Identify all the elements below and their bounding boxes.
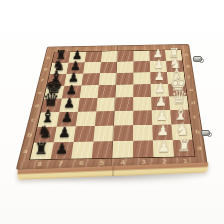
- square-b3[interactable]: [133, 125, 153, 141]
- square-f5[interactable]: [99, 73, 117, 85]
- piece-bP-d7[interactable]: ♟: [60, 96, 79, 109]
- square-b5[interactable]: [93, 126, 114, 142]
- latch-clasp-bottom-icon: [201, 130, 210, 136]
- square-f4[interactable]: [116, 73, 133, 85]
- square-a5[interactable]: [92, 141, 113, 158]
- piece-wP-e2[interactable]: ♟: [151, 81, 169, 94]
- frame-coordinate-mark: e: [189, 88, 194, 92]
- square-e3[interactable]: [133, 84, 151, 97]
- piece-bP-b7[interactable]: ♟: [54, 124, 74, 138]
- white-P-glyph: ♟: [157, 139, 171, 153]
- piece-wP-c2[interactable]: ♟: [152, 108, 172, 122]
- square-g5[interactable]: [100, 62, 117, 74]
- square-g4[interactable]: [117, 61, 134, 72]
- piece-bP-f7[interactable]: ♟: [65, 71, 83, 84]
- square-b4[interactable]: [113, 125, 133, 141]
- square-d5[interactable]: [96, 97, 115, 111]
- square-d4[interactable]: [115, 97, 134, 111]
- square-c6[interactable]: [76, 111, 97, 126]
- black-N-glyph: ♞: [37, 123, 53, 139]
- square-c5[interactable]: [95, 111, 115, 126]
- piece-bP-c7[interactable]: ♟: [57, 110, 77, 124]
- square-h4[interactable]: [117, 51, 133, 62]
- piece-wP-d2[interactable]: ♟: [152, 94, 171, 107]
- square-e6[interactable]: [80, 85, 99, 98]
- frame-coordinate-mark: f: [187, 76, 190, 80]
- board-3d-scene: 87654321hhggffeeddccbbaa♜♟♟♜♞♟♟♞♝♟♟♝♚♟♟♚…: [16, 44, 208, 170]
- black-P-glyph: ♟: [58, 125, 71, 139]
- piece-wP-b2[interactable]: ♟: [153, 123, 173, 137]
- square-b6[interactable]: [74, 126, 95, 142]
- camera-tilt-wrapper: 87654321hhggffeeddccbbaa♜♟♟♜♞♟♟♞♝♟♟♝♚♟♟♚…: [0, 0, 224, 224]
- piece-bN-b8[interactable]: ♞: [35, 122, 56, 139]
- square-c3[interactable]: [133, 110, 152, 125]
- frame-coordinate-mark: g: [186, 64, 190, 68]
- white-P-glyph: ♟: [156, 123, 169, 137]
- black-P-glyph: ♟: [66, 83, 78, 95]
- square-h5[interactable]: [101, 51, 118, 62]
- black-P-glyph: ♟: [63, 96, 75, 109]
- square-c4[interactable]: [114, 111, 133, 126]
- white-N-glyph: ♞: [175, 120, 191, 136]
- square-h3[interactable]: [133, 51, 149, 62]
- piece-wR-a1[interactable]: ♜: [174, 137, 195, 153]
- square-e5[interactable]: [98, 85, 116, 98]
- square-a4[interactable]: [112, 141, 133, 158]
- piece-bP-e7[interactable]: ♟: [62, 83, 80, 96]
- piece-wN-b1[interactable]: ♞: [172, 119, 193, 136]
- black-P-glyph: ♟: [55, 141, 69, 155]
- white-R-glyph: ♜: [177, 138, 192, 153]
- square-e4[interactable]: [115, 84, 133, 97]
- black-R-glyph: ♜: [34, 141, 49, 156]
- square-d3[interactable]: [133, 97, 151, 111]
- square-a3[interactable]: [133, 140, 154, 157]
- square-a6[interactable]: [71, 142, 93, 159]
- square-f6[interactable]: [81, 73, 99, 85]
- latch-clasp-top-icon: [193, 56, 202, 62]
- frame-coordinate-mark: h: [184, 54, 188, 58]
- square-g6[interactable]: [83, 62, 101, 74]
- white-P-glyph: ♟: [155, 108, 168, 121]
- square-d6[interactable]: [78, 98, 98, 112]
- white-P-glyph: ♟: [154, 82, 166, 94]
- square-h6[interactable]: [85, 51, 102, 62]
- product-photo: 87654321hhggffeeddccbbaa♜♟♟♜♞♟♟♞♝♟♟♝♚♟♟♚…: [0, 0, 224, 224]
- edge-fold-seam: [113, 166, 114, 176]
- piece-bP-a7[interactable]: ♟: [51, 140, 72, 155]
- piece-wP-a2[interactable]: ♟: [153, 138, 174, 153]
- white-P-glyph: ♟: [155, 95, 167, 108]
- black-P-glyph: ♟: [61, 110, 74, 123]
- piece-bR-a8[interactable]: ♜: [31, 140, 52, 156]
